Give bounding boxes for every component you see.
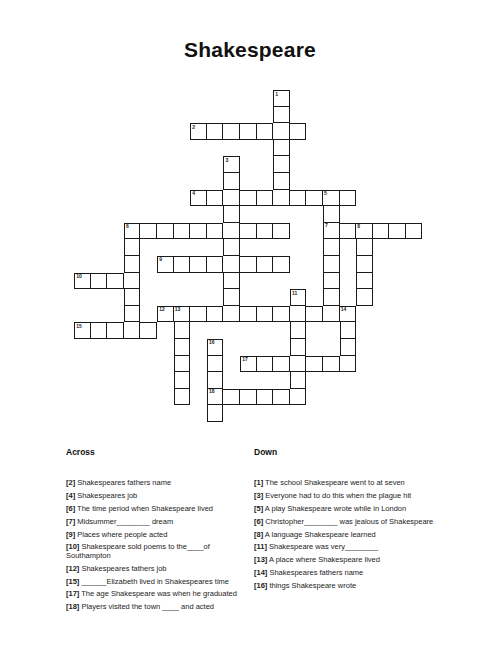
grid-cell[interactable]: 8 — [356, 223, 373, 240]
clue: [14] Shakespeares fathers name — [254, 569, 446, 577]
grid-cell[interactable] — [223, 273, 240, 290]
grid-cell[interactable] — [223, 223, 240, 240]
clue-number: 3 — [226, 158, 229, 163]
grid-cell[interactable] — [140, 322, 157, 339]
grid-cell[interactable]: 3 — [223, 156, 240, 173]
grid-cell[interactable] — [306, 306, 323, 323]
grid-cell[interactable] — [174, 256, 191, 273]
grid-cell[interactable] — [207, 405, 224, 422]
grid-cell[interactable] — [340, 339, 357, 356]
grid-cell[interactable] — [273, 107, 290, 124]
grid-cell[interactable] — [190, 256, 207, 273]
grid-cell[interactable]: 17 — [240, 356, 257, 373]
clue-number: 11 — [292, 291, 297, 296]
grid-cell[interactable]: 12 — [157, 306, 174, 323]
grid-cell[interactable] — [389, 223, 406, 240]
clue-number: 18 — [209, 389, 215, 394]
grid-cell[interactable]: 4 — [190, 190, 207, 207]
grid-cell[interactable] — [323, 306, 340, 323]
grid-cell[interactable]: 9 — [157, 256, 174, 273]
clue: [9] Places where people acted — [66, 531, 246, 539]
grid-cell[interactable] — [273, 123, 290, 140]
clue-number: 12 — [159, 307, 165, 312]
clue-number: 15 — [76, 324, 82, 329]
clue: [1] The school Shakespeare went to at se… — [254, 479, 446, 487]
grid-cell[interactable] — [340, 356, 357, 373]
grid-cell[interactable] — [273, 140, 290, 157]
grid-cell[interactable] — [323, 356, 340, 373]
grid-cell[interactable] — [290, 372, 307, 389]
grid-cell[interactable] — [190, 223, 207, 240]
clue-number: 14 — [341, 307, 347, 312]
grid-cell[interactable] — [356, 239, 373, 256]
grid-cell[interactable] — [174, 223, 191, 240]
clue-number-label: [9] — [66, 530, 75, 539]
clue-number: 17 — [242, 357, 248, 362]
grid-cell[interactable] — [290, 123, 307, 140]
grid-cell[interactable] — [107, 322, 124, 339]
grid-cell[interactable] — [290, 339, 307, 356]
grid-cell[interactable] — [124, 322, 141, 339]
clue-number: 4 — [192, 191, 195, 196]
grid-cell[interactable] — [273, 190, 290, 207]
grid-cell[interactable]: 11 — [290, 289, 307, 306]
clue-number: 2 — [192, 125, 195, 130]
grid-cell[interactable] — [290, 389, 307, 406]
grid-cell[interactable] — [290, 356, 307, 373]
grid-cell[interactable] — [323, 273, 340, 290]
clue-number: 6 — [126, 224, 129, 229]
clue-number-label: [3] — [254, 491, 263, 500]
grid-cell[interactable] — [240, 256, 257, 273]
grid-cell[interactable]: 13 — [174, 306, 191, 323]
grid-cell[interactable] — [174, 322, 191, 339]
grid-cell[interactable] — [290, 322, 307, 339]
clue-number-label: [16] — [254, 581, 267, 590]
clue-number-label: [12] — [66, 564, 79, 573]
grid-cell[interactable] — [91, 273, 108, 290]
grid-cell[interactable] — [257, 356, 274, 373]
grid-cell[interactable] — [273, 389, 290, 406]
clue: [7] Midsummer________ dream — [66, 518, 246, 526]
clue: [13] A place where Shakespeare lived — [254, 556, 446, 564]
clue-number: 13 — [175, 307, 181, 312]
grid-cell[interactable]: 15 — [74, 322, 91, 339]
clue: [18] Players visited the town ____ and a… — [66, 603, 246, 611]
grid-cell[interactable]: 1 — [273, 90, 290, 107]
clue-number-label: [14] — [254, 568, 267, 577]
grid-cell[interactable] — [306, 190, 323, 207]
clue-number-label: [18] — [66, 602, 79, 611]
clue: [8] A language Shakespeare learned — [254, 531, 446, 539]
grid-cell[interactable] — [157, 223, 174, 240]
grid-cell[interactable] — [273, 156, 290, 173]
grid-cell[interactable] — [240, 389, 257, 406]
grid-cell[interactable]: 5 — [323, 190, 340, 207]
clue: [3] Everyone had to do this when the pla… — [254, 492, 446, 500]
clue-number: 8 — [357, 224, 360, 229]
grid-cell[interactable] — [223, 306, 240, 323]
page: Shakespeare 123456789101112131415161718 … — [0, 0, 500, 647]
grid-cell[interactable] — [356, 273, 373, 290]
clue-number-label: [17] — [66, 589, 79, 598]
grid-cell[interactable] — [223, 123, 240, 140]
clue: [2] Shakespeares fathers name — [66, 479, 246, 487]
grid-cell[interactable] — [174, 372, 191, 389]
grid-cell[interactable]: 14 — [340, 306, 357, 323]
grid-cell[interactable] — [257, 123, 274, 140]
clue-number: 9 — [159, 257, 162, 262]
clue-number-label: [5] — [254, 504, 263, 513]
grid-cell[interactable] — [240, 190, 257, 207]
grid-cell[interactable] — [306, 356, 323, 373]
grid-cell[interactable] — [174, 339, 191, 356]
grid-cell[interactable] — [190, 306, 207, 323]
grid-cell[interactable] — [223, 256, 240, 273]
grid-cell[interactable] — [273, 356, 290, 373]
grid-cell[interactable] — [340, 190, 357, 207]
clue-number-label: [6] — [66, 504, 75, 513]
grid-cell[interactable] — [340, 322, 357, 339]
clue-number-label: [7] — [66, 517, 75, 526]
grid-cell[interactable] — [323, 206, 340, 223]
grid-cell[interactable]: 18 — [207, 389, 224, 406]
clue: [17] The age Shakespeare was when he gra… — [66, 590, 246, 598]
grid-cell[interactable] — [124, 239, 141, 256]
grid-cell[interactable] — [223, 239, 240, 256]
grid-cell[interactable] — [240, 223, 257, 240]
clue-number: 7 — [325, 223, 328, 228]
down-header: Down — [254, 447, 446, 457]
across-clues-section: Across [2] Shakespeares fathers name[4] … — [66, 447, 246, 616]
grid-cell[interactable] — [240, 123, 257, 140]
grid-cell[interactable] — [207, 356, 224, 373]
grid-cell[interactable] — [174, 356, 191, 373]
grid-cell[interactable] — [257, 223, 274, 240]
clue-number-label: [15] — [66, 577, 79, 586]
clue-number: 16 — [209, 340, 215, 345]
grid-cell[interactable] — [356, 289, 373, 306]
clue-number-label: [8] — [254, 530, 263, 539]
clue: [15] ______Elizabeth lived in Shakespear… — [66, 578, 246, 586]
clue: [6] The time period when Shakespeare liv… — [66, 505, 246, 513]
grid-cell[interactable] — [406, 223, 423, 240]
clue-number: 5 — [324, 191, 327, 196]
grid-cell[interactable] — [273, 173, 290, 190]
clue-number: 10 — [76, 274, 82, 279]
grid-cell[interactable] — [373, 223, 390, 240]
grid-cell[interactable] — [290, 190, 307, 207]
clue-number-label: [6] — [254, 517, 263, 526]
clue: [11] Shakespeare was very________ — [254, 543, 446, 551]
clue-number-label: [13] — [254, 555, 267, 564]
clue: [5] A play Shakespeare wrote while in Lo… — [254, 505, 446, 513]
grid-cell[interactable] — [273, 306, 290, 323]
clue-number: 1 — [275, 92, 278, 97]
grid-cell[interactable] — [257, 256, 274, 273]
grid-cell[interactable] — [124, 289, 141, 306]
grid-cell[interactable] — [207, 223, 224, 240]
grid-cell[interactable] — [323, 289, 340, 306]
across-header: Across — [66, 447, 246, 457]
grid-cell[interactable] — [257, 190, 274, 207]
down-clues-list: [1] The school Shakespeare went to at se… — [254, 479, 446, 590]
grid-cell[interactable] — [207, 306, 224, 323]
grid-cell[interactable] — [223, 173, 240, 190]
grid-cell[interactable] — [107, 273, 124, 290]
grid-cell[interactable] — [323, 239, 340, 256]
clue-number-label: [2] — [66, 478, 75, 487]
grid-cell[interactable] — [124, 306, 141, 323]
grid-cell[interactable] — [290, 306, 307, 323]
clue-number-label: [10] — [66, 542, 79, 551]
grid-cell[interactable] — [174, 389, 191, 406]
crossword-grid: 123456789101112131415161718 — [74, 90, 422, 422]
grid-cell[interactable] — [340, 223, 357, 240]
clue-number-label: [11] — [254, 542, 267, 551]
grid-cell[interactable]: 6 — [124, 223, 141, 240]
grid-cell[interactable] — [140, 223, 157, 240]
grid-cell[interactable] — [223, 389, 240, 406]
grid-cell[interactable] — [91, 322, 108, 339]
clue: [4] Shakespeares job — [66, 492, 246, 500]
grid-cell[interactable] — [240, 306, 257, 323]
clue: [12] Shakespeares fathers job — [66, 565, 246, 573]
grid-cell[interactable] — [223, 289, 240, 306]
grid-cell[interactable] — [223, 206, 240, 223]
clue: [6] Christopher________ was jealous of S… — [254, 518, 446, 526]
grid-cell[interactable]: 10 — [74, 273, 91, 290]
clue-number-label: [1] — [254, 478, 263, 487]
clue: [10] Shakespeare sold poems to the____of… — [66, 543, 246, 560]
grid-cell[interactable] — [257, 389, 274, 406]
grid-cell[interactable] — [207, 190, 224, 207]
grid-cell[interactable]: 2 — [190, 123, 207, 140]
grid-cell[interactable] — [356, 256, 373, 273]
grid-cell[interactable] — [207, 123, 224, 140]
across-clues-list: [2] Shakespeares fathers name[4] Shakesp… — [66, 479, 246, 612]
puzzle-title: Shakespeare — [0, 38, 500, 62]
clue: [16] things Shakespeare wrote — [254, 582, 446, 590]
grid-cell[interactable] — [257, 306, 274, 323]
grid-cell[interactable] — [223, 190, 240, 207]
grid-cell[interactable] — [124, 256, 141, 273]
grid-cell[interactable] — [323, 256, 340, 273]
grid-cell[interactable] — [273, 256, 290, 273]
down-clues-section: Down [1] The school Shakespeare went to … — [254, 447, 446, 595]
grid-cell[interactable] — [273, 223, 290, 240]
grid-cell[interactable] — [207, 372, 224, 389]
grid-cell[interactable] — [124, 273, 141, 290]
clue-number-label: [4] — [66, 491, 75, 500]
grid-cell[interactable]: 16 — [207, 339, 224, 356]
grid-cell[interactable]: 7 — [323, 223, 340, 240]
grid-cell[interactable] — [207, 256, 224, 273]
